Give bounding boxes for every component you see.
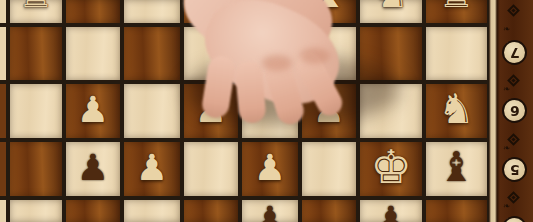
border-scroll-motif (507, 4, 520, 17)
white-king-g5: ♚ (360, 144, 422, 190)
square-h4[interactable] (426, 200, 487, 222)
square-c8[interactable] (124, 0, 180, 23)
square-d4[interactable] (184, 200, 238, 222)
square-b6[interactable]: ♟ (66, 84, 120, 138)
board-edge-sliver (0, 27, 6, 80)
square-f4[interactable] (302, 200, 356, 222)
board-edge-sliver (0, 0, 6, 23)
black-pawn-b5: ♟ (66, 150, 120, 186)
square-h8[interactable]: ♜ (426, 0, 487, 23)
square-a8[interactable]: ♜ (10, 0, 62, 23)
square-a5[interactable] (10, 142, 62, 196)
square-h6[interactable]: ♞ (426, 84, 487, 138)
square-a6[interactable] (10, 84, 62, 138)
white-pawn-b6: ♟ (66, 92, 120, 128)
square-b8[interactable] (66, 0, 120, 23)
square-e4[interactable]: ♟ (242, 200, 298, 222)
square-b4[interactable] (66, 200, 120, 222)
square-a4[interactable] (10, 200, 62, 222)
square-d5[interactable] (184, 142, 238, 196)
square-c5[interactable]: ♟ (124, 142, 180, 196)
border-scroll-motif: ❧ (503, 84, 511, 94)
square-c6[interactable] (124, 84, 180, 138)
white-rook-a8: ♜ (10, 0, 62, 14)
black-pawn-e4: ♟ (242, 202, 298, 222)
knuckle-shading (262, 55, 292, 71)
white-knight-h6: ♞ (426, 89, 487, 130)
rank-label-6: 6 (502, 98, 527, 123)
rank-label-7: 7 (502, 40, 527, 65)
square-h7[interactable] (426, 27, 487, 80)
white-pawn-e5: ♟ (242, 150, 298, 186)
border-scroll-motif: ❧ (503, 24, 511, 34)
rank-label-5: 5 (502, 157, 527, 182)
white-pawn-c5: ♟ (124, 150, 180, 186)
square-c7[interactable] (124, 27, 180, 80)
square-b5[interactable]: ♟ (66, 142, 120, 196)
knuckle-shading (300, 48, 330, 64)
black-pawn-g4: ♟ (360, 202, 422, 222)
square-f5[interactable] (302, 142, 356, 196)
board-edge-sliver (0, 142, 6, 196)
square-h5[interactable]: ♝ (426, 142, 487, 196)
square-b7[interactable] (66, 27, 120, 80)
rank-label-partial (502, 216, 527, 222)
square-c4[interactable] (124, 200, 180, 222)
board-edge-sliver (0, 84, 6, 138)
board-edge-sliver (0, 200, 6, 222)
white-rook-h8: ♜ (426, 0, 487, 14)
white-knight-g8: ♞ (360, 0, 422, 14)
square-e5[interactable]: ♟ (242, 142, 298, 196)
square-g4[interactable]: ♟ (360, 200, 422, 222)
border-scroll-motif: ❧ (503, 143, 511, 153)
board-decorated-border: ❧ 7 ❧ 6 ❧ 5 ❧ (489, 0, 533, 222)
border-scroll-motif: ❧ (503, 201, 511, 211)
square-a7[interactable] (10, 27, 62, 80)
square-g8[interactable]: ♞ (360, 0, 422, 23)
finger (234, 60, 266, 124)
square-g5[interactable]: ♚ (360, 142, 422, 196)
chessboard-photo: ♜♝♞♜♟♟♟♞♟♟♟♚♝♟♟ ❧ 7 ❧ 6 ❧ 5 ❧ (0, 0, 533, 222)
black-bishop-h5: ♝ (426, 147, 487, 188)
